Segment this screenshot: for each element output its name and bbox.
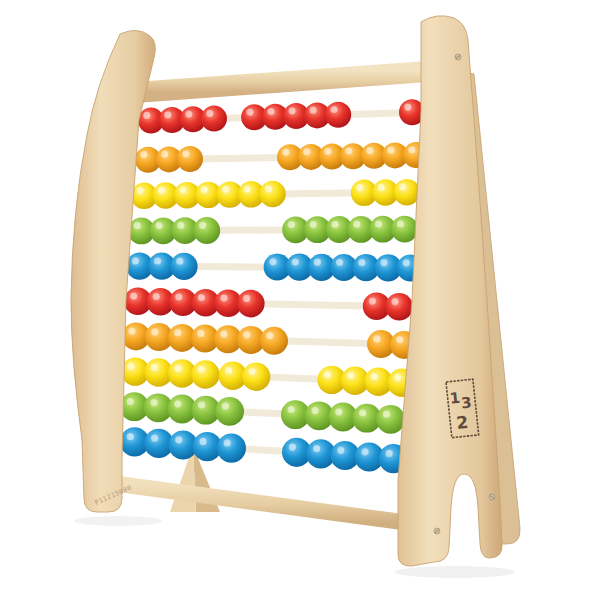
bead-gloss-highlight bbox=[143, 112, 150, 119]
bead-gloss-highlight bbox=[361, 448, 368, 455]
bead-gloss-highlight bbox=[373, 335, 380, 342]
bead-gloss-highlight bbox=[174, 365, 181, 372]
bead-gloss-highlight bbox=[353, 221, 360, 228]
bead-gloss-highlight bbox=[335, 408, 342, 415]
bead-gloss-highlight bbox=[174, 400, 181, 407]
bead-gloss-highlight bbox=[220, 331, 227, 338]
bead-gloss-highlight bbox=[222, 403, 229, 410]
bead-gloss-highlight bbox=[128, 328, 135, 335]
bead-gloss-highlight bbox=[201, 186, 208, 193]
bead-gloss-highlight bbox=[154, 257, 161, 264]
bead-yellow[interactable] bbox=[191, 360, 219, 388]
bead-gloss-highlight bbox=[176, 258, 183, 265]
bead-gloss-highlight bbox=[265, 185, 272, 192]
bead-gloss-highlight bbox=[132, 257, 139, 264]
shadow-left-foot bbox=[74, 516, 162, 526]
bead-gloss-highlight bbox=[345, 147, 352, 154]
frame-right-post bbox=[398, 16, 502, 566]
bead-gloss-highlight bbox=[347, 372, 354, 379]
bead-gloss-highlight bbox=[386, 450, 393, 457]
bead-green[interactable] bbox=[376, 405, 405, 434]
bead-gloss-highlight bbox=[161, 151, 168, 158]
bead-gloss-highlight bbox=[243, 331, 250, 338]
bead-gloss-highlight bbox=[179, 186, 186, 193]
bead-red[interactable] bbox=[201, 106, 227, 132]
bead-gloss-highlight bbox=[198, 294, 205, 301]
bead-gloss-highlight bbox=[366, 147, 373, 154]
bead-green[interactable] bbox=[215, 397, 244, 426]
bead-gloss-highlight bbox=[174, 329, 181, 336]
bead-gloss-highlight bbox=[177, 222, 184, 229]
bead-blue[interactable] bbox=[217, 434, 246, 463]
bead-gloss-highlight bbox=[197, 330, 204, 337]
bead-gloss-highlight bbox=[311, 407, 318, 414]
bead-gloss-highlight bbox=[151, 364, 158, 371]
bead-gloss-highlight bbox=[375, 220, 382, 227]
abacus-product-photo: 1 2 3 P11215000 bbox=[0, 0, 600, 600]
bead-gloss-highlight bbox=[288, 406, 295, 413]
bead-gloss-highlight bbox=[313, 445, 320, 452]
bead-gloss-highlight bbox=[267, 108, 274, 115]
bead-yellow[interactable] bbox=[259, 181, 285, 207]
bead-gloss-highlight bbox=[127, 363, 134, 370]
bead-gloss-highlight bbox=[396, 336, 403, 343]
bead-gloss-highlight bbox=[369, 298, 376, 305]
bead-gloss-highlight bbox=[408, 146, 415, 153]
stamp-digit-1: 1 bbox=[449, 389, 461, 408]
bead-gloss-highlight bbox=[337, 447, 344, 454]
bead-gloss-highlight bbox=[198, 366, 205, 373]
bead-gloss-highlight bbox=[303, 148, 310, 155]
bead-gloss-highlight bbox=[222, 186, 229, 193]
bead-gloss-highlight bbox=[309, 107, 316, 114]
bead-green[interactable] bbox=[193, 217, 220, 244]
screw-icon-bottom-right bbox=[489, 494, 495, 500]
bead-gloss-highlight bbox=[220, 294, 227, 301]
bead-gloss-highlight bbox=[359, 409, 366, 416]
bead-gloss-highlight bbox=[185, 111, 192, 118]
bead-gloss-highlight bbox=[288, 107, 295, 114]
bead-gloss-highlight bbox=[224, 439, 231, 446]
bead-gloss-highlight bbox=[330, 106, 337, 113]
bead-gloss-highlight bbox=[153, 293, 160, 300]
bottom-rail bbox=[118, 484, 410, 523]
bead-gloss-highlight bbox=[246, 109, 253, 116]
bead-gloss-highlight bbox=[324, 371, 331, 378]
bead-gloss-highlight bbox=[198, 401, 205, 408]
bead-gloss-highlight bbox=[130, 293, 137, 300]
bead-gloss-highlight bbox=[336, 259, 343, 266]
bead-gloss-highlight bbox=[243, 295, 250, 302]
bead-gloss-highlight bbox=[289, 444, 296, 451]
bead-blue[interactable] bbox=[170, 253, 197, 280]
bead-gloss-highlight bbox=[151, 328, 158, 335]
bead-gloss-highlight bbox=[134, 222, 141, 229]
bead-gloss-highlight bbox=[391, 298, 398, 305]
bead-gloss-highlight bbox=[397, 220, 404, 227]
bead-gloss-highlight bbox=[394, 374, 401, 381]
bead-gloss-highlight bbox=[310, 221, 317, 228]
bead-gloss-highlight bbox=[158, 187, 165, 194]
bead-gloss-highlight bbox=[288, 221, 295, 228]
bead-red[interactable] bbox=[325, 102, 351, 128]
bead-gloss-highlight bbox=[140, 151, 147, 158]
bead-gloss-highlight bbox=[199, 222, 206, 229]
bead-gloss-highlight bbox=[378, 184, 385, 191]
bead-yellow[interactable] bbox=[394, 179, 420, 205]
bead-gloss-highlight bbox=[383, 411, 390, 418]
bead-gloss-highlight bbox=[356, 184, 363, 191]
bead-gloss-highlight bbox=[399, 183, 406, 190]
screw-icon-top-right bbox=[455, 54, 461, 60]
stamp-digit-2: 2 bbox=[455, 412, 469, 433]
bead-gloss-highlight bbox=[182, 150, 189, 157]
bead-gloss-highlight bbox=[199, 438, 206, 445]
bead-gloss-highlight bbox=[358, 259, 365, 266]
bead-gloss-highlight bbox=[269, 258, 276, 265]
bead-gloss-highlight bbox=[380, 259, 387, 266]
abacus-svg: 1 2 3 P11215000 bbox=[0, 0, 600, 600]
bead-orange[interactable] bbox=[177, 146, 203, 172]
bead-red[interactable] bbox=[237, 290, 265, 318]
bead-orange[interactable] bbox=[260, 327, 288, 355]
bead-gloss-highlight bbox=[282, 149, 289, 156]
bead-gloss-highlight bbox=[331, 221, 338, 228]
bead-gloss-highlight bbox=[164, 111, 171, 118]
bead-gloss-highlight bbox=[175, 436, 182, 443]
bead-gloss-highlight bbox=[151, 435, 158, 442]
bead-red[interactable] bbox=[385, 293, 413, 321]
bead-gloss-highlight bbox=[403, 259, 410, 266]
bead-gloss-highlight bbox=[324, 148, 331, 155]
shadow-right-feet bbox=[395, 566, 515, 578]
bead-gloss-highlight bbox=[206, 110, 213, 117]
bead-gloss-highlight bbox=[155, 222, 162, 229]
bead-gloss-highlight bbox=[225, 367, 232, 374]
bead-gloss-highlight bbox=[248, 368, 255, 375]
bead-gloss-highlight bbox=[175, 293, 182, 300]
bead-gloss-highlight bbox=[371, 373, 378, 380]
top-handle-dowel bbox=[142, 70, 448, 92]
bead-green[interactable] bbox=[391, 216, 418, 243]
bead-gloss-highlight bbox=[266, 332, 273, 339]
bead-gloss-highlight bbox=[150, 399, 157, 406]
stamp-digit-3: 3 bbox=[460, 393, 472, 412]
bead-gloss-highlight bbox=[127, 398, 134, 405]
bead-gloss-highlight bbox=[404, 104, 411, 111]
bead-yellow[interactable] bbox=[242, 363, 270, 391]
screw-icon-front-foot bbox=[434, 528, 440, 534]
bead-gloss-highlight bbox=[292, 258, 299, 265]
bead-gloss-highlight bbox=[243, 186, 250, 193]
bead-gloss-highlight bbox=[127, 433, 134, 440]
bead-gloss-highlight bbox=[387, 147, 394, 154]
bead-gloss-highlight bbox=[314, 259, 321, 266]
bead-gloss-highlight bbox=[136, 187, 143, 194]
